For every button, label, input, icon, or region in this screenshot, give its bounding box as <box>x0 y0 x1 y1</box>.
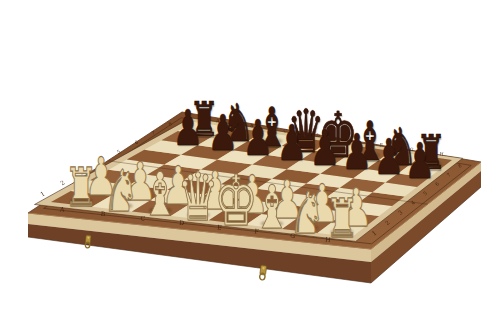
piece-d7-black-pawn[interactable]: ♟ <box>276 119 307 168</box>
piece-f7-black-pawn[interactable]: ♟ <box>342 128 373 177</box>
brass-clasp-1 <box>85 235 91 248</box>
piece-e1-white-king[interactable]: ♚ <box>214 166 258 236</box>
piece-h1-white-rook[interactable]: ♜ <box>325 192 359 246</box>
piece-b1-white-knight[interactable]: ♞ <box>103 163 139 221</box>
piece-e7-black-pawn[interactable]: ♟ <box>309 123 340 172</box>
chess-set-photo: AABBCCDDEEFFGGHH1122334455667788 ♜♞♟♝♟♛♟… <box>0 0 500 333</box>
piece-c1-white-bishop[interactable]: ♝ <box>142 165 180 225</box>
piece-g1-white-knight[interactable]: ♞ <box>289 185 325 243</box>
piece-g7-black-pawn[interactable]: ♟ <box>373 132 404 181</box>
piece-a7-black-pawn[interactable]: ♟ <box>172 104 203 153</box>
piece-b7-black-pawn[interactable]: ♟ <box>208 109 239 158</box>
piece-f1-white-bishop[interactable]: ♝ <box>253 179 291 239</box>
rank-label-left-1: 1 <box>39 189 46 197</box>
piece-a1-white-rook[interactable]: ♜ <box>65 161 99 215</box>
piece-c7-black-pawn[interactable]: ♟ <box>242 114 273 163</box>
piece-d1-white-queen[interactable]: ♛ <box>178 165 219 231</box>
piece-h7-black-pawn[interactable]: ♟ <box>404 137 435 186</box>
